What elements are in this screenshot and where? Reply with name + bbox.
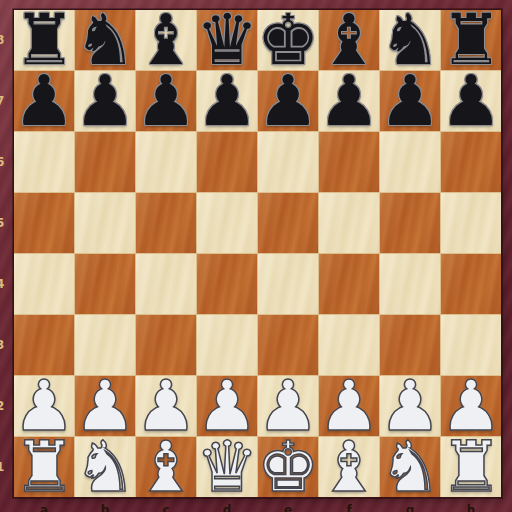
piece-white-bishop[interactable]: ♝ <box>318 437 381 497</box>
square-f5[interactable] <box>319 193 379 253</box>
square-g5[interactable] <box>380 193 440 253</box>
rank-label-8: 8 <box>0 33 4 47</box>
piece-black-pawn[interactable]: ♟ <box>13 71 76 131</box>
file-label-f: f <box>346 503 351 512</box>
piece-white-rook[interactable]: ♜ <box>13 437 76 497</box>
chess-board-frame: ♜♞♝♛♚♝♞♜♟♟♟♟♟♟♟♟♟♟♟♟♟♟♟♟♜♞♝♛♚♝♞♜ abcdefg… <box>0 0 512 512</box>
square-c5[interactable] <box>136 193 196 253</box>
square-h4[interactable] <box>441 254 501 314</box>
piece-black-pawn[interactable]: ♟ <box>257 71 320 131</box>
square-e7[interactable]: ♟ <box>258 71 318 131</box>
square-b4[interactable] <box>75 254 135 314</box>
rank-label-5: 5 <box>0 216 4 230</box>
square-a5[interactable] <box>14 193 74 253</box>
square-g7[interactable]: ♟ <box>380 71 440 131</box>
square-f4[interactable] <box>319 254 379 314</box>
rank-label-4: 4 <box>0 277 4 291</box>
square-a7[interactable]: ♟ <box>14 71 74 131</box>
square-d7[interactable]: ♟ <box>197 71 257 131</box>
square-f7[interactable]: ♟ <box>319 71 379 131</box>
square-e1[interactable]: ♚ <box>258 437 318 497</box>
rank-label-1: 1 <box>0 460 4 474</box>
square-h5[interactable] <box>441 193 501 253</box>
piece-white-knight[interactable]: ♞ <box>379 437 442 497</box>
square-g4[interactable] <box>380 254 440 314</box>
square-h1[interactable]: ♜ <box>441 437 501 497</box>
square-b7[interactable]: ♟ <box>75 71 135 131</box>
square-a4[interactable] <box>14 254 74 314</box>
file-label-a: a <box>40 503 48 512</box>
square-a1[interactable]: ♜ <box>14 437 74 497</box>
square-e4[interactable] <box>258 254 318 314</box>
piece-white-bishop[interactable]: ♝ <box>135 437 198 497</box>
square-f1[interactable]: ♝ <box>319 437 379 497</box>
file-label-b: b <box>101 503 110 512</box>
square-c7[interactable]: ♟ <box>136 71 196 131</box>
square-c1[interactable]: ♝ <box>136 437 196 497</box>
piece-white-queen[interactable]: ♛ <box>196 437 259 497</box>
square-d4[interactable] <box>197 254 257 314</box>
rank-label-3: 3 <box>0 338 4 352</box>
square-h7[interactable]: ♟ <box>441 71 501 131</box>
square-d5[interactable] <box>197 193 257 253</box>
file-label-c: c <box>162 503 169 512</box>
piece-black-pawn[interactable]: ♟ <box>440 71 503 131</box>
file-label-e: e <box>284 503 292 512</box>
square-b1[interactable]: ♞ <box>75 437 135 497</box>
square-e5[interactable] <box>258 193 318 253</box>
square-c4[interactable] <box>136 254 196 314</box>
square-b5[interactable] <box>75 193 135 253</box>
piece-black-pawn[interactable]: ♟ <box>196 71 259 131</box>
file-label-d: d <box>223 503 232 512</box>
piece-white-rook[interactable]: ♜ <box>440 437 503 497</box>
piece-white-king[interactable]: ♚ <box>257 437 320 497</box>
piece-black-pawn[interactable]: ♟ <box>318 71 381 131</box>
piece-black-pawn[interactable]: ♟ <box>379 71 442 131</box>
square-d1[interactable]: ♛ <box>197 437 257 497</box>
square-g1[interactable]: ♞ <box>380 437 440 497</box>
rank-label-6: 6 <box>0 155 4 169</box>
file-label-h: h <box>467 503 476 512</box>
rank-label-7: 7 <box>0 94 4 108</box>
piece-black-pawn[interactable]: ♟ <box>135 71 198 131</box>
chess-board: ♜♞♝♛♚♝♞♜♟♟♟♟♟♟♟♟♟♟♟♟♟♟♟♟♜♞♝♛♚♝♞♜ <box>14 10 501 497</box>
rank-label-2: 2 <box>0 399 4 413</box>
piece-white-knight[interactable]: ♞ <box>74 437 137 497</box>
file-label-g: g <box>406 503 415 512</box>
piece-black-pawn[interactable]: ♟ <box>74 71 137 131</box>
